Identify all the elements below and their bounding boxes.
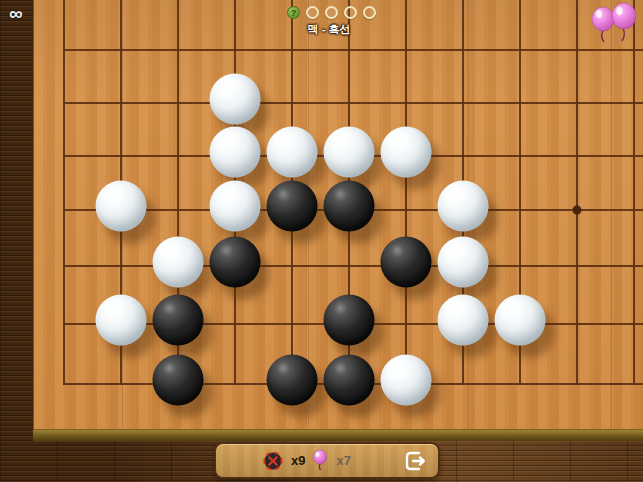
stone-white-B4 — [96, 181, 147, 232]
grid-hline — [63, 49, 643, 51]
progress-circle-1: ? — [287, 6, 300, 19]
grid-hline — [63, 102, 643, 104]
infinity-label: ∞ — [9, 3, 23, 25]
stone-white-D4 — [210, 181, 261, 232]
grid-hline — [63, 265, 643, 267]
balloon-count-icon — [312, 449, 329, 472]
stone-black-C1 — [153, 355, 204, 406]
stone-black-F1 — [324, 355, 375, 406]
grid-vline — [576, 0, 578, 385]
stone-black-E1 — [267, 355, 318, 406]
star-point-K4 — [573, 206, 582, 215]
stone-white-B2 — [96, 295, 147, 346]
stone-white-D5 — [210, 127, 261, 178]
progress-circle-5 — [363, 6, 376, 19]
stone-white-E5 — [267, 127, 318, 178]
stone-white-G5 — [381, 127, 432, 178]
stone-black-F4 — [324, 181, 375, 232]
stone-white-H4 — [438, 181, 489, 232]
stone-black-G3 — [381, 237, 432, 288]
stone-black-C2 — [153, 295, 204, 346]
stone-white-J2 — [495, 295, 546, 346]
stone-black-E4 — [267, 181, 318, 232]
stone-white-C3 — [153, 237, 204, 288]
exit-button[interactable] — [402, 448, 428, 474]
app-screen: ∞ ? 맥 - 흑선 x — [0, 0, 643, 482]
board-front-edge — [33, 429, 643, 441]
stone-white-G1 — [381, 355, 432, 406]
grid-vline — [63, 0, 65, 385]
balloon-count-label: x7 — [336, 453, 350, 468]
progress-circle-4 — [344, 6, 357, 19]
stone-white-H2 — [438, 295, 489, 346]
go-board[interactable] — [33, 0, 643, 429]
problem-progress-circles: ? — [287, 6, 376, 19]
stone-white-F5 — [324, 127, 375, 178]
stone-black-D3 — [210, 237, 261, 288]
bottom-toolbar: x9 x7 — [214, 442, 440, 479]
wood-plank-seam — [611, 0, 613, 429]
balloons-icon — [586, 2, 642, 52]
stone-white-H3 — [438, 237, 489, 288]
stone-black-F2 — [324, 295, 375, 346]
grid-vline — [405, 0, 407, 385]
progress-circle-2 — [306, 6, 319, 19]
stone-white-D6 — [210, 74, 261, 125]
problem-type-label: 맥 - 흑선 — [234, 22, 424, 37]
target-count-label: x9 — [291, 453, 305, 468]
progress-circle-3 — [325, 6, 338, 19]
grid-vline — [633, 0, 635, 385]
target-hint-icon — [262, 450, 284, 472]
